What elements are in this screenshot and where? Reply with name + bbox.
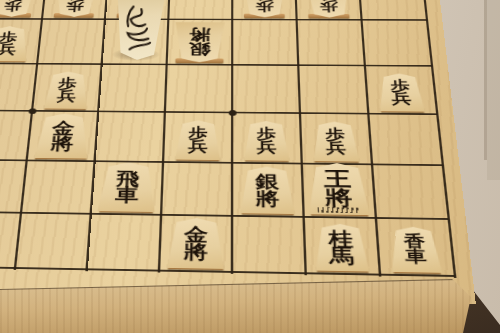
pieces-layer[interactable]: 歩兵歩兵歩兵歩兵歩兵銀將歩兵歩兵歩兵金將歩兵歩兵歩兵飛車銀將王將金將桂馬香車	[0, 0, 455, 276]
piece-sente-knight-2九[interactable]: 桂馬	[313, 223, 371, 271]
piece-sente-king-2八[interactable]: 王將	[306, 163, 372, 215]
piece-sente-pawn-2七[interactable]: 歩兵	[311, 121, 361, 161]
piece-sente-pawn-1六[interactable]: 歩兵	[376, 73, 426, 111]
shogi-board-top[interactable]: 歩兵歩兵歩兵歩兵歩兵銀將歩兵歩兵歩兵金將歩兵歩兵歩兵飛車銀將王將金將桂馬香車	[0, 0, 455, 276]
piece-sente-rook-5八[interactable]: 飛車	[96, 162, 158, 212]
piece-sente-gold-6七[interactable]: 金將	[33, 113, 92, 158]
piece-sente-gold-4九[interactable]: 金將	[166, 218, 226, 269]
shogi-board-photo: 歩兵歩兵歩兵歩兵歩兵銀將歩兵歩兵歩兵金將歩兵歩兵歩兵飛車銀將王將金將桂馬香車	[0, 0, 500, 333]
piece-sente-silver-3八[interactable]: 銀將	[239, 166, 296, 214]
piece-gote-silver-4五[interactable]: 銀將	[173, 22, 226, 62]
piece-sente-pawn-3七[interactable]: 歩兵	[243, 121, 291, 161]
piece-sente-pawn-4七[interactable]: 歩兵	[174, 120, 221, 160]
piece-sente-pawn-7五[interactable]: 歩兵	[0, 26, 31, 61]
piece-sente-lance-1九[interactable]: 香車	[387, 226, 443, 272]
background-wall-panel	[487, 0, 500, 180]
maker-signature	[318, 207, 362, 213]
piece-sente-pawn-6六[interactable]: 歩兵	[43, 71, 91, 108]
